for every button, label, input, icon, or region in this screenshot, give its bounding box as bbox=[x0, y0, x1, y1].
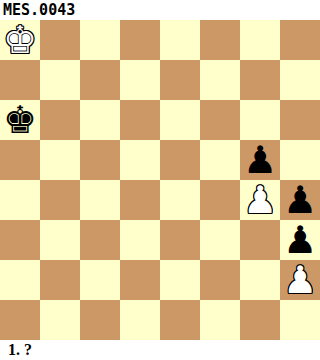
square-b8[interactable] bbox=[40, 20, 80, 60]
square-b2[interactable] bbox=[40, 260, 80, 300]
square-c1[interactable] bbox=[80, 300, 120, 340]
square-g4[interactable]: ♟ bbox=[240, 180, 280, 220]
square-g1[interactable] bbox=[240, 300, 280, 340]
square-b3[interactable] bbox=[40, 220, 80, 260]
square-a4[interactable] bbox=[0, 180, 40, 220]
square-g8[interactable] bbox=[240, 20, 280, 60]
square-c4[interactable] bbox=[80, 180, 120, 220]
square-b4[interactable] bbox=[40, 180, 80, 220]
square-g3[interactable] bbox=[240, 220, 280, 260]
square-a5[interactable] bbox=[0, 140, 40, 180]
square-d3[interactable] bbox=[120, 220, 160, 260]
square-e3[interactable] bbox=[160, 220, 200, 260]
square-c7[interactable] bbox=[80, 60, 120, 100]
move-prompt: 1. ? bbox=[0, 340, 320, 360]
square-d1[interactable] bbox=[120, 300, 160, 340]
square-g7[interactable] bbox=[240, 60, 280, 100]
square-f1[interactable] bbox=[200, 300, 240, 340]
white-king-a8[interactable]: ♚ bbox=[3, 20, 37, 60]
square-c6[interactable] bbox=[80, 100, 120, 140]
square-h3[interactable]: ♟ bbox=[280, 220, 320, 260]
white-pawn-h2[interactable]: ♟ bbox=[283, 260, 317, 300]
square-f7[interactable] bbox=[200, 60, 240, 100]
square-a6[interactable]: ♚ bbox=[0, 100, 40, 140]
square-e5[interactable] bbox=[160, 140, 200, 180]
square-f3[interactable] bbox=[200, 220, 240, 260]
square-a1[interactable] bbox=[0, 300, 40, 340]
square-c2[interactable] bbox=[80, 260, 120, 300]
square-b6[interactable] bbox=[40, 100, 80, 140]
square-a7[interactable] bbox=[0, 60, 40, 100]
square-f5[interactable] bbox=[200, 140, 240, 180]
square-d8[interactable] bbox=[120, 20, 160, 60]
square-f6[interactable] bbox=[200, 100, 240, 140]
square-e7[interactable] bbox=[160, 60, 200, 100]
square-f2[interactable] bbox=[200, 260, 240, 300]
square-d7[interactable] bbox=[120, 60, 160, 100]
square-e8[interactable] bbox=[160, 20, 200, 60]
square-c5[interactable] bbox=[80, 140, 120, 180]
square-h6[interactable] bbox=[280, 100, 320, 140]
square-d6[interactable] bbox=[120, 100, 160, 140]
black-king-a6[interactable]: ♚ bbox=[3, 100, 37, 140]
square-b5[interactable] bbox=[40, 140, 80, 180]
square-h2[interactable]: ♟ bbox=[280, 260, 320, 300]
square-e4[interactable] bbox=[160, 180, 200, 220]
black-pawn-g5[interactable]: ♟ bbox=[243, 140, 277, 180]
square-c3[interactable] bbox=[80, 220, 120, 260]
white-pawn-g4[interactable]: ♟ bbox=[243, 180, 277, 220]
chess-board: ♚♚♟♟♟♟♟ bbox=[0, 20, 320, 340]
square-h4[interactable]: ♟ bbox=[280, 180, 320, 220]
square-a3[interactable] bbox=[0, 220, 40, 260]
square-d5[interactable] bbox=[120, 140, 160, 180]
square-b7[interactable] bbox=[40, 60, 80, 100]
black-pawn-h4[interactable]: ♟ bbox=[283, 180, 317, 220]
square-e2[interactable] bbox=[160, 260, 200, 300]
square-f8[interactable] bbox=[200, 20, 240, 60]
square-h5[interactable] bbox=[280, 140, 320, 180]
square-d2[interactable] bbox=[120, 260, 160, 300]
square-h1[interactable] bbox=[280, 300, 320, 340]
square-a2[interactable] bbox=[0, 260, 40, 300]
square-h7[interactable] bbox=[280, 60, 320, 100]
square-b1[interactable] bbox=[40, 300, 80, 340]
square-g5[interactable]: ♟ bbox=[240, 140, 280, 180]
black-pawn-h3[interactable]: ♟ bbox=[283, 220, 317, 260]
diagram-title: MES.0043 bbox=[0, 0, 320, 20]
square-a8[interactable]: ♚ bbox=[0, 20, 40, 60]
square-g6[interactable] bbox=[240, 100, 280, 140]
square-e1[interactable] bbox=[160, 300, 200, 340]
square-d4[interactable] bbox=[120, 180, 160, 220]
square-e6[interactable] bbox=[160, 100, 200, 140]
square-f4[interactable] bbox=[200, 180, 240, 220]
square-g2[interactable] bbox=[240, 260, 280, 300]
square-h8[interactable] bbox=[280, 20, 320, 60]
square-c8[interactable] bbox=[80, 20, 120, 60]
